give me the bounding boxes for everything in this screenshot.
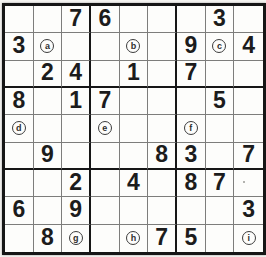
cell-r9c5[interactable]: h bbox=[120, 225, 149, 252]
cell-r9c8[interactable] bbox=[206, 225, 235, 252]
cell-r5c2[interactable] bbox=[34, 115, 63, 142]
cell-r3c9[interactable] bbox=[234, 61, 263, 88]
cell-r1c3[interactable]: 7 bbox=[62, 6, 91, 33]
cell-r4c9[interactable] bbox=[234, 88, 263, 115]
given-digit: 3 bbox=[12, 34, 25, 57]
given-digit: 7 bbox=[98, 89, 111, 112]
cell-r9c4[interactable] bbox=[91, 225, 120, 252]
cell-r6c6[interactable]: 8 bbox=[148, 143, 177, 170]
circled-letter-c: c bbox=[212, 39, 226, 53]
sudoku-board: 7633ab9c424178175def983724876938gh75i bbox=[2, 3, 266, 255]
given-digit: 5 bbox=[184, 226, 197, 249]
cell-r8c6[interactable] bbox=[148, 197, 177, 224]
cell-r7c6[interactable] bbox=[148, 170, 177, 197]
given-digit: 8 bbox=[12, 89, 25, 112]
given-digit: 4 bbox=[69, 61, 82, 84]
circled-letter-b: b bbox=[126, 39, 140, 53]
cell-r6c3[interactable] bbox=[62, 143, 91, 170]
given-digit: 6 bbox=[12, 198, 25, 221]
cell-r2c4[interactable] bbox=[91, 33, 120, 60]
given-digit: 1 bbox=[69, 89, 82, 112]
given-digit: 7 bbox=[155, 226, 168, 249]
given-digit: 5 bbox=[213, 89, 226, 112]
cell-r3c7[interactable]: 7 bbox=[177, 61, 206, 88]
cell-r2c6[interactable] bbox=[148, 33, 177, 60]
circled-letter-i: i bbox=[242, 231, 256, 245]
cell-r8c9[interactable]: 3 bbox=[234, 197, 263, 224]
cell-r5c9[interactable] bbox=[234, 115, 263, 142]
cell-r6c7[interactable]: 3 bbox=[177, 143, 206, 170]
given-digit: 7 bbox=[184, 61, 197, 84]
given-digit: 8 bbox=[184, 171, 197, 194]
cell-r5c4[interactable]: e bbox=[91, 115, 120, 142]
given-digit: 4 bbox=[242, 34, 255, 57]
cell-r5c3[interactable] bbox=[62, 115, 91, 142]
given-digit: 2 bbox=[41, 61, 54, 84]
cell-r4c1[interactable]: 8 bbox=[5, 88, 34, 115]
cell-r2c2[interactable]: a bbox=[34, 33, 63, 60]
cell-r4c4[interactable]: 7 bbox=[91, 88, 120, 115]
cell-r7c3[interactable]: 2 bbox=[62, 170, 91, 197]
scan-speck bbox=[243, 181, 245, 183]
given-digit: 8 bbox=[41, 226, 54, 249]
cell-r8c2[interactable] bbox=[34, 197, 63, 224]
given-digit: 2 bbox=[69, 171, 82, 194]
cell-r5c6[interactable] bbox=[148, 115, 177, 142]
cell-r9c6[interactable]: 7 bbox=[148, 225, 177, 252]
cell-r1c9[interactable] bbox=[234, 6, 263, 33]
cell-r5c7[interactable]: f bbox=[177, 115, 206, 142]
cell-r3c5[interactable]: 1 bbox=[120, 61, 149, 88]
circled-letter-d: d bbox=[12, 121, 26, 135]
cell-r4c7[interactable] bbox=[177, 88, 206, 115]
cell-r9c2[interactable]: 8 bbox=[34, 225, 63, 252]
circled-letter-e: e bbox=[98, 121, 112, 135]
cell-r6c2[interactable]: 9 bbox=[34, 143, 63, 170]
cell-r2c8[interactable]: c bbox=[206, 33, 235, 60]
given-digit: 7 bbox=[213, 171, 226, 194]
cell-r6c9[interactable]: 7 bbox=[234, 143, 263, 170]
cell-r5c1[interactable]: d bbox=[5, 115, 34, 142]
cell-r3c8[interactable] bbox=[206, 61, 235, 88]
cell-r4c8[interactable]: 5 bbox=[206, 88, 235, 115]
given-digit: 3 bbox=[213, 7, 226, 30]
cell-r4c5[interactable] bbox=[120, 88, 149, 115]
cell-r1c6[interactable] bbox=[148, 6, 177, 33]
cell-r8c1[interactable]: 6 bbox=[5, 197, 34, 224]
cell-r7c1[interactable] bbox=[5, 170, 34, 197]
cell-r6c5[interactable] bbox=[120, 143, 149, 170]
given-digit: 3 bbox=[184, 143, 197, 166]
given-digit: 8 bbox=[155, 143, 168, 166]
cell-r8c3[interactable]: 9 bbox=[62, 197, 91, 224]
circled-letter-h: h bbox=[126, 231, 140, 245]
cell-r2c3[interactable] bbox=[62, 33, 91, 60]
cell-r6c4[interactable] bbox=[91, 143, 120, 170]
circled-letter-g: g bbox=[69, 231, 83, 245]
circled-letter-f: f bbox=[184, 121, 198, 135]
cell-r4c2[interactable] bbox=[34, 88, 63, 115]
cell-r9c7[interactable]: 5 bbox=[177, 225, 206, 252]
given-digit: 6 bbox=[98, 7, 111, 30]
given-digit: 3 bbox=[242, 198, 255, 221]
cell-r1c2[interactable] bbox=[34, 6, 63, 33]
cell-r3c2[interactable]: 2 bbox=[34, 61, 63, 88]
cell-r2c5[interactable]: b bbox=[120, 33, 149, 60]
cell-r5c8[interactable] bbox=[206, 115, 235, 142]
given-digit: 9 bbox=[41, 143, 54, 166]
cell-r1c5[interactable] bbox=[120, 6, 149, 33]
cell-r3c4[interactable] bbox=[91, 61, 120, 88]
cell-r9c1[interactable] bbox=[5, 225, 34, 252]
cell-r6c1[interactable] bbox=[5, 143, 34, 170]
cell-r8c4[interactable] bbox=[91, 197, 120, 224]
cell-r6c8[interactable] bbox=[206, 143, 235, 170]
cell-r1c4[interactable]: 6 bbox=[91, 6, 120, 33]
cell-r5c5[interactable] bbox=[120, 115, 149, 142]
cell-r8c8[interactable] bbox=[206, 197, 235, 224]
given-digit: 9 bbox=[69, 198, 82, 221]
cell-r2c9[interactable]: 4 bbox=[234, 33, 263, 60]
cell-r2c7[interactable]: 9 bbox=[177, 33, 206, 60]
cell-r7c9[interactable] bbox=[234, 170, 263, 197]
cell-r8c7[interactable] bbox=[177, 197, 206, 224]
cell-r7c4[interactable] bbox=[91, 170, 120, 197]
cell-r3c6[interactable] bbox=[148, 61, 177, 88]
cell-r4c6[interactable] bbox=[148, 88, 177, 115]
cell-r2c1[interactable]: 3 bbox=[5, 33, 34, 60]
given-digit: 7 bbox=[69, 7, 82, 30]
cell-r1c8[interactable]: 3 bbox=[206, 6, 235, 33]
given-digit: 9 bbox=[184, 34, 197, 57]
cell-r9c3[interactable]: g bbox=[62, 225, 91, 252]
cell-r3c1[interactable] bbox=[5, 61, 34, 88]
circled-letter-a: a bbox=[40, 39, 54, 53]
cell-r7c2[interactable] bbox=[34, 170, 63, 197]
cell-r1c7[interactable] bbox=[177, 6, 206, 33]
cell-r7c7[interactable]: 8 bbox=[177, 170, 206, 197]
given-digit: 7 bbox=[242, 143, 255, 166]
cell-r9c9[interactable]: i bbox=[234, 225, 263, 252]
cell-r1c1[interactable] bbox=[5, 6, 34, 33]
given-digit: 4 bbox=[127, 171, 140, 194]
cell-r4c3[interactable]: 1 bbox=[62, 88, 91, 115]
given-digit: 1 bbox=[127, 61, 140, 84]
cell-r8c5[interactable] bbox=[120, 197, 149, 224]
cell-r3c3[interactable]: 4 bbox=[62, 61, 91, 88]
cell-r7c5[interactable]: 4 bbox=[120, 170, 149, 197]
cell-r7c8[interactable]: 7 bbox=[206, 170, 235, 197]
